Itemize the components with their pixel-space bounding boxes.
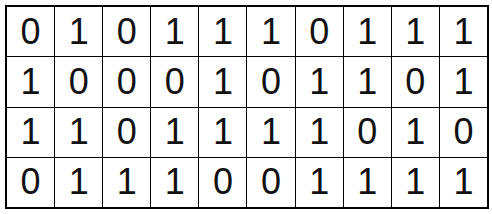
grid-cell-r4c1: 0 <box>7 158 54 207</box>
grid-cell-r2c3: 0 <box>103 57 150 106</box>
grid-cell-r2c1: 1 <box>7 57 54 106</box>
grid-cell-r3c6: 1 <box>247 108 294 157</box>
grid-cell-r1c9: 1 <box>392 7 439 56</box>
grid-cell-r4c9: 1 <box>392 158 439 207</box>
page: 0101110111100010110111011110100111001111 <box>0 0 492 214</box>
grid-cell-r4c8: 1 <box>344 158 391 207</box>
grid-cell-r3c9: 1 <box>392 108 439 157</box>
grid-cell-r2c2: 0 <box>55 57 102 106</box>
grid-cell-r1c5: 1 <box>199 7 246 56</box>
grid-cell-r1c6: 1 <box>247 7 294 56</box>
grid-cell-r4c5: 0 <box>199 158 246 207</box>
grid-cell-r2c6: 0 <box>247 57 294 106</box>
grid-cell-r3c5: 1 <box>199 108 246 157</box>
grid-cell-r3c7: 1 <box>296 108 343 157</box>
grid-cell-r3c3: 0 <box>103 108 150 157</box>
grid-cell-r2c9: 0 <box>392 57 439 106</box>
grid-cell-r2c8: 1 <box>344 57 391 106</box>
grid-cell-r4c2: 1 <box>55 158 102 207</box>
binary-grid: 0101110111100010110111011110100111001111 <box>5 5 489 209</box>
grid-cell-r1c4: 1 <box>151 7 198 56</box>
grid-cell-r2c4: 0 <box>151 57 198 106</box>
grid-cell-r1c10: 1 <box>440 7 487 56</box>
grid-cell-r3c10: 0 <box>440 108 487 157</box>
grid-cell-r4c6: 0 <box>247 158 294 207</box>
grid-cell-r1c7: 0 <box>296 7 343 56</box>
grid-cell-r4c7: 1 <box>296 158 343 207</box>
grid-cell-r1c2: 1 <box>55 7 102 56</box>
grid-cell-r3c1: 1 <box>7 108 54 157</box>
grid-cell-r3c4: 1 <box>151 108 198 157</box>
grid-cell-r1c3: 0 <box>103 7 150 56</box>
grid-cell-r2c7: 1 <box>296 57 343 106</box>
grid-cell-r1c1: 0 <box>7 7 54 56</box>
grid-cell-r2c10: 1 <box>440 57 487 106</box>
grid-cell-r1c8: 1 <box>344 7 391 56</box>
grid-cell-r3c2: 1 <box>55 108 102 157</box>
grid-cell-r3c8: 0 <box>344 108 391 157</box>
grid-cell-r4c4: 1 <box>151 158 198 207</box>
grid-cell-r4c3: 1 <box>103 158 150 207</box>
grid-cell-r4c10: 1 <box>440 158 487 207</box>
grid-cell-r2c5: 1 <box>199 57 246 106</box>
